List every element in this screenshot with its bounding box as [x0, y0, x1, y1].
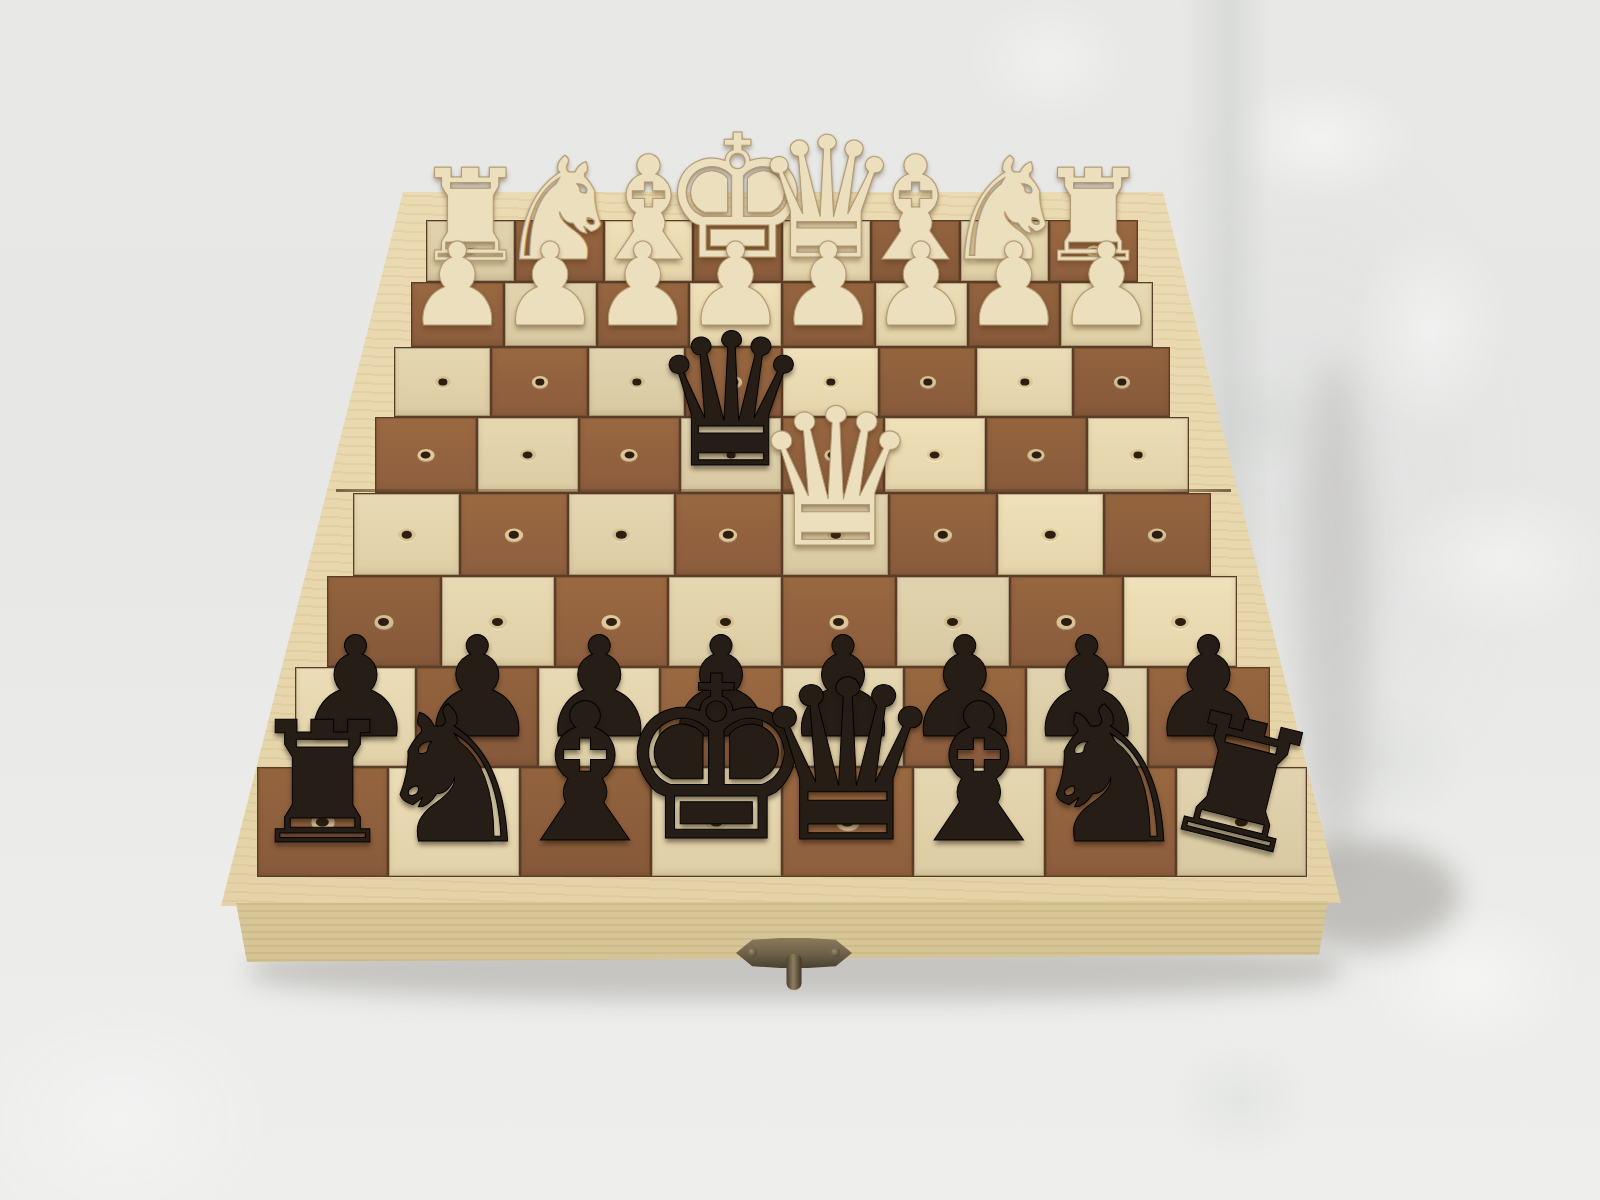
peg-hole [505, 528, 523, 541]
peg-hole-center [1020, 379, 1029, 386]
square-b3[interactable] [977, 348, 1072, 416]
peg-hole-center [509, 531, 519, 539]
peg-hole [1130, 449, 1147, 461]
square-h4[interactable] [376, 418, 476, 492]
square-g3[interactable] [492, 348, 587, 416]
square-a4[interactable] [1088, 418, 1188, 492]
square-a5[interactable] [1105, 494, 1210, 575]
piece-white-pawn-g2[interactable]: ♟ [499, 228, 602, 343]
peg-hole [621, 449, 638, 461]
peg-hole [612, 528, 630, 541]
square-g4[interactable] [478, 418, 578, 492]
peg-hole [934, 528, 952, 541]
peg-hole-center [1152, 531, 1162, 539]
peg-hole-center [438, 379, 447, 386]
peg-hole [417, 449, 434, 461]
peg-hole-center [923, 379, 932, 386]
peg-hole-center [401, 531, 411, 539]
peg-hole-center [723, 531, 733, 539]
peg-hole [926, 449, 943, 461]
peg-hole-center [1133, 452, 1143, 459]
peg-hole-center [632, 379, 641, 386]
square-h3[interactable] [395, 348, 490, 416]
peg-hole-center [616, 531, 626, 539]
peg-hole [920, 376, 936, 388]
scene: ♜♞♝♚♛♝♞♜♟♟♟♟♟♟♟♟♛♛♟♟♟♟♟♟♟♟♜♞♝♚♛♝♞♜ [0, 0, 1600, 1200]
peg-hole-center [1031, 452, 1041, 459]
clasp-screw-right [831, 948, 840, 957]
peg-hole [1041, 528, 1059, 541]
peg-hole [532, 376, 548, 388]
peg-hole [1017, 376, 1033, 388]
square-g5[interactable] [461, 494, 566, 575]
peg-hole-center [523, 452, 533, 459]
square-b4[interactable] [987, 418, 1087, 492]
piece-white-queen-d5[interactable]: ♛ [750, 384, 921, 575]
peg-hole-center [938, 531, 948, 539]
peg-hole [629, 376, 645, 388]
peg-hole [1148, 528, 1166, 541]
piece-white-pawn-h2[interactable]: ♟ [406, 228, 509, 343]
peg-hole [719, 528, 737, 541]
peg-hole-center [421, 452, 431, 459]
peg-hole-center [1117, 379, 1126, 386]
peg-hole-center [1045, 531, 1055, 539]
piece-white-pawn-a2[interactable]: ♟ [1055, 228, 1158, 343]
peg-hole [1114, 376, 1130, 388]
clasp[interactable] [736, 934, 852, 992]
peg-hole [398, 528, 416, 541]
peg-hole [519, 449, 536, 461]
peg-hole-center [624, 452, 634, 459]
square-a3[interactable] [1074, 348, 1169, 416]
piece-white-pawn-c2[interactable]: ♟ [870, 228, 973, 343]
peg-hole-center [535, 379, 544, 386]
clasp-peg [787, 954, 802, 990]
piece-white-pawn-b2[interactable]: ♟ [962, 228, 1065, 343]
square-b5[interactable] [998, 494, 1103, 575]
peg-hole [1028, 449, 1045, 461]
peg-hole [435, 376, 451, 388]
peg-hole-center [930, 452, 940, 459]
clasp-screw-left [748, 948, 757, 957]
square-h5[interactable] [354, 494, 459, 575]
